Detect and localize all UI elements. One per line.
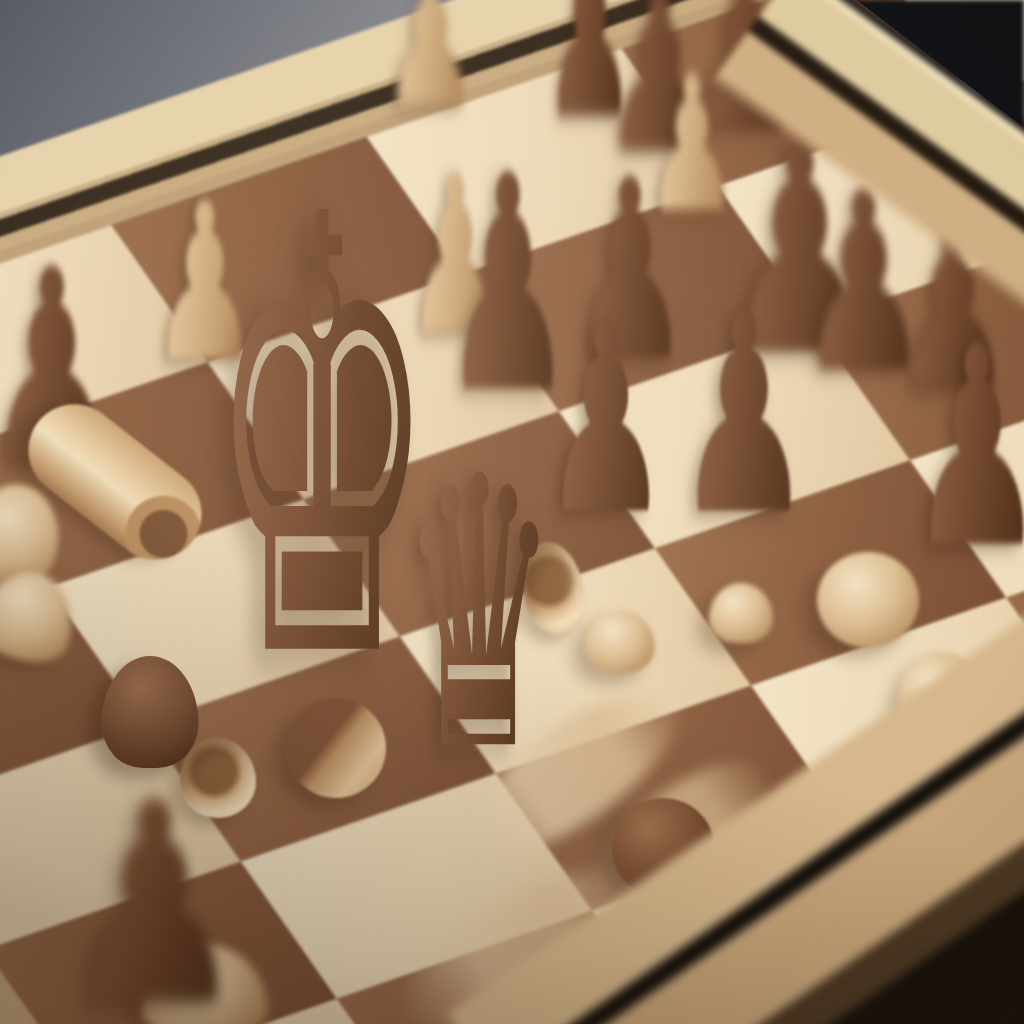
wooden-egg — [709, 583, 773, 643]
dark-piece-foreground: ♟ — [62, 774, 248, 1024]
two-tone-ball — [286, 698, 386, 798]
wooden-dome-left — [0, 562, 84, 671]
wooden-bun — [585, 610, 655, 674]
black-pawn-h5: ♟ — [908, 317, 1024, 579]
chess-photo-scene: ♚♛♟♟♟♟♟♟♟♟♟♟♟♟♟♟♟♟♟ Overhead angled phot… — [0, 0, 1024, 1024]
black-pawn-g5: ♟ — [675, 284, 814, 546]
black-queen: ♛ — [400, 437, 558, 792]
wooden-ball — [817, 552, 919, 648]
black-pawn-f5: ♟ — [542, 297, 671, 545]
